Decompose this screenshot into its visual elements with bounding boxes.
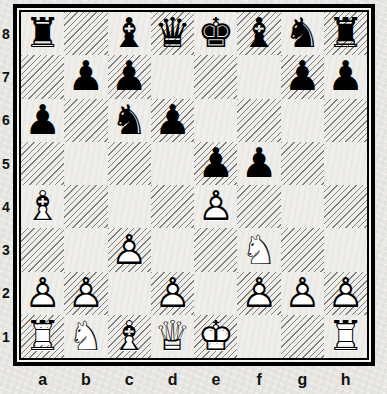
square-b3[interactable] xyxy=(64,228,107,271)
rank-label-1: 1 xyxy=(0,315,12,358)
piece-glyph: ♗ xyxy=(24,186,61,227)
black-king-piece: ♚ xyxy=(194,12,237,55)
piece-glyph: ♙ xyxy=(327,273,364,314)
square-d8[interactable]: ♛ xyxy=(151,12,194,55)
white-pawn-piece: ♟♙ xyxy=(108,228,151,271)
piece-glyph: ♟ xyxy=(284,56,321,97)
square-d7[interactable] xyxy=(151,55,194,98)
piece-glyph: ♛ xyxy=(154,13,191,54)
file-label-b: b xyxy=(64,369,107,391)
square-g5[interactable] xyxy=(281,142,324,185)
square-a5[interactable] xyxy=(21,142,64,185)
square-d1[interactable]: ♛♕ xyxy=(151,315,194,358)
square-d4[interactable] xyxy=(151,185,194,228)
square-f2[interactable]: ♟♙ xyxy=(237,272,280,315)
piece-glyph: ♝ xyxy=(111,13,148,54)
black-queen-piece: ♛ xyxy=(151,12,194,55)
square-b1[interactable]: ♞♘ xyxy=(64,315,107,358)
square-c8[interactable]: ♝ xyxy=(108,12,151,55)
black-rook-piece: ♜ xyxy=(324,12,367,55)
piece-glyph: ♙ xyxy=(68,273,105,314)
square-e8[interactable]: ♚ xyxy=(194,12,237,55)
piece-glyph: ♖ xyxy=(327,316,364,357)
black-pawn-piece: ♟ xyxy=(324,55,367,98)
square-a8[interactable]: ♜ xyxy=(21,12,64,55)
square-b4[interactable] xyxy=(64,185,107,228)
square-e1[interactable]: ♚♔ xyxy=(194,315,237,358)
piece-glyph: ♟ xyxy=(197,143,234,184)
white-pawn-piece: ♟♙ xyxy=(21,272,64,315)
black-knight-piece: ♞ xyxy=(281,12,324,55)
file-label-c: c xyxy=(108,369,151,391)
file-label-a: a xyxy=(21,369,64,391)
piece-glyph: ♜ xyxy=(24,13,61,54)
square-h6[interactable] xyxy=(324,99,367,142)
piece-glyph: ♝ xyxy=(241,13,278,54)
piece-glyph: ♚ xyxy=(197,13,234,54)
square-f7[interactable] xyxy=(237,55,280,98)
square-h1[interactable]: ♜♖ xyxy=(324,315,367,358)
square-h3[interactable] xyxy=(324,228,367,271)
square-a4[interactable]: ♝♗ xyxy=(21,185,64,228)
piece-glyph: ♞ xyxy=(284,13,321,54)
white-pawn-piece: ♟♙ xyxy=(151,272,194,315)
square-f5[interactable]: ♟ xyxy=(237,142,280,185)
white-bishop-piece: ♝♗ xyxy=(108,315,151,358)
white-queen-piece: ♛♕ xyxy=(151,315,194,358)
piece-glyph: ♟ xyxy=(154,100,191,141)
square-a3[interactable] xyxy=(21,228,64,271)
file-label-f: f xyxy=(237,369,280,391)
square-b7[interactable]: ♟ xyxy=(64,55,107,98)
piece-glyph: ♖ xyxy=(24,316,61,357)
piece-glyph: ♙ xyxy=(197,186,234,227)
square-b8[interactable] xyxy=(64,12,107,55)
piece-glyph: ♟ xyxy=(24,100,61,141)
square-c3[interactable]: ♟♙ xyxy=(108,228,151,271)
square-a1[interactable]: ♜♖ xyxy=(21,315,64,358)
rank-label-6: 6 xyxy=(0,99,12,142)
file-labels: abcdefgh xyxy=(21,369,367,391)
piece-glyph: ♟ xyxy=(327,56,364,97)
rank-labels: 87654321 xyxy=(0,12,12,358)
rank-label-5: 5 xyxy=(0,142,12,185)
square-f8[interactable]: ♝ xyxy=(237,12,280,55)
white-knight-piece: ♞♘ xyxy=(64,315,107,358)
square-c4[interactable] xyxy=(108,185,151,228)
square-g3[interactable] xyxy=(281,228,324,271)
white-rook-piece: ♜♖ xyxy=(324,315,367,358)
square-c2[interactable] xyxy=(108,272,151,315)
square-f3[interactable]: ♞♘ xyxy=(237,228,280,271)
rank-label-4: 4 xyxy=(0,185,12,228)
piece-glyph: ♙ xyxy=(241,273,278,314)
white-pawn-piece: ♟♙ xyxy=(237,272,280,315)
square-e6[interactable] xyxy=(194,99,237,142)
square-e5[interactable]: ♟ xyxy=(194,142,237,185)
piece-glyph: ♞ xyxy=(111,100,148,141)
piece-glyph: ♙ xyxy=(154,273,191,314)
square-f1[interactable] xyxy=(237,315,280,358)
board-grid: ♜♝♛♚♝♞♜♟♟♟♟♟♞♟♟♟♝♗♟♙♟♙♞♘♟♙♟♙♟♙♟♙♟♙♟♙♜♖♞♘… xyxy=(21,12,367,358)
piece-glyph: ♟ xyxy=(111,56,148,97)
square-g1[interactable] xyxy=(281,315,324,358)
black-pawn-piece: ♟ xyxy=(64,55,107,98)
square-e4[interactable]: ♟♙ xyxy=(194,185,237,228)
square-b6[interactable] xyxy=(64,99,107,142)
board-frame: ♜♝♛♚♝♞♜♟♟♟♟♟♞♟♟♟♝♗♟♙♟♙♞♘♟♙♟♙♟♙♟♙♟♙♟♙♜♖♞♘… xyxy=(13,4,375,366)
white-pawn-piece: ♟♙ xyxy=(324,272,367,315)
square-d3[interactable] xyxy=(151,228,194,271)
piece-glyph: ♙ xyxy=(111,230,148,271)
square-b5[interactable] xyxy=(64,142,107,185)
rank-label-8: 8 xyxy=(0,12,12,55)
square-c5[interactable] xyxy=(108,142,151,185)
square-d5[interactable] xyxy=(151,142,194,185)
square-g7[interactable]: ♟ xyxy=(281,55,324,98)
square-a6[interactable]: ♟ xyxy=(21,99,64,142)
square-a7[interactable] xyxy=(21,55,64,98)
square-d6[interactable]: ♟ xyxy=(151,99,194,142)
square-h8[interactable]: ♜ xyxy=(324,12,367,55)
square-c6[interactable]: ♞ xyxy=(108,99,151,142)
piece-glyph: ♗ xyxy=(111,316,148,357)
black-pawn-piece: ♟ xyxy=(281,55,324,98)
square-h7[interactable]: ♟ xyxy=(324,55,367,98)
square-a2[interactable]: ♟♙ xyxy=(21,272,64,315)
piece-glyph: ♔ xyxy=(197,316,234,357)
piece-glyph: ♟ xyxy=(241,143,278,184)
square-h5[interactable] xyxy=(324,142,367,185)
white-rook-piece: ♜♖ xyxy=(21,315,64,358)
piece-glyph: ♘ xyxy=(241,230,278,271)
black-bishop-piece: ♝ xyxy=(108,12,151,55)
rank-label-2: 2 xyxy=(0,272,12,315)
white-pawn-piece: ♟♙ xyxy=(281,272,324,315)
square-g8[interactable]: ♞ xyxy=(281,12,324,55)
square-e3[interactable] xyxy=(194,228,237,271)
square-e2[interactable] xyxy=(194,272,237,315)
square-g4[interactable] xyxy=(281,185,324,228)
chess-diagram: 87654321 ♜♝♛♚♝♞♜♟♟♟♟♟♞♟♟♟♝♗♟♙♟♙♞♘♟♙♟♙♟♙♟… xyxy=(0,0,387,394)
black-rook-piece: ♜ xyxy=(21,12,64,55)
file-label-e: e xyxy=(194,369,237,391)
rank-label-7: 7 xyxy=(0,55,12,98)
square-c1[interactable]: ♝♗ xyxy=(108,315,151,358)
piece-glyph: ♕ xyxy=(154,316,191,357)
file-label-d: d xyxy=(151,369,194,391)
black-pawn-piece: ♟ xyxy=(21,99,64,142)
black-bishop-piece: ♝ xyxy=(237,12,280,55)
black-pawn-piece: ♟ xyxy=(108,55,151,98)
square-h4[interactable] xyxy=(324,185,367,228)
square-g2[interactable]: ♟♙ xyxy=(281,272,324,315)
white-pawn-piece: ♟♙ xyxy=(64,272,107,315)
square-e7[interactable] xyxy=(194,55,237,98)
square-h2[interactable]: ♟♙ xyxy=(324,272,367,315)
file-label-h: h xyxy=(324,369,367,391)
square-f4[interactable] xyxy=(237,185,280,228)
piece-glyph: ♜ xyxy=(327,13,364,54)
white-knight-piece: ♞♘ xyxy=(237,228,280,271)
piece-glyph: ♙ xyxy=(24,273,61,314)
file-label-g: g xyxy=(281,369,324,391)
piece-glyph: ♘ xyxy=(68,316,105,357)
black-pawn-piece: ♟ xyxy=(194,142,237,185)
square-d2[interactable]: ♟♙ xyxy=(151,272,194,315)
board-frame-inner: ♜♝♛♚♝♞♜♟♟♟♟♟♞♟♟♟♝♗♟♙♟♙♞♘♟♙♟♙♟♙♟♙♟♙♟♙♜♖♞♘… xyxy=(19,10,369,360)
black-pawn-piece: ♟ xyxy=(237,142,280,185)
rank-label-3: 3 xyxy=(0,228,12,271)
white-bishop-piece: ♝♗ xyxy=(21,185,64,228)
square-b2[interactable]: ♟♙ xyxy=(64,272,107,315)
white-pawn-piece: ♟♙ xyxy=(194,185,237,228)
white-king-piece: ♚♔ xyxy=(194,315,237,358)
square-c7[interactable]: ♟ xyxy=(108,55,151,98)
piece-glyph: ♙ xyxy=(284,273,321,314)
black-knight-piece: ♞ xyxy=(108,99,151,142)
square-f6[interactable] xyxy=(237,99,280,142)
square-g6[interactable] xyxy=(281,99,324,142)
piece-glyph: ♟ xyxy=(68,56,105,97)
black-pawn-piece: ♟ xyxy=(151,99,194,142)
